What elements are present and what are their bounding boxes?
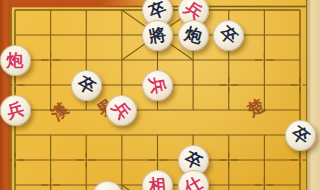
piece-black-soldier[interactable]: 卒 bbox=[71, 70, 102, 101]
piece-character: 卒 bbox=[147, 0, 169, 21]
piece-black-cannon[interactable]: 炮 bbox=[178, 20, 209, 51]
piece-black-soldier[interactable]: 卒 bbox=[213, 20, 244, 51]
piece-black-soldier[interactable]: 卒 bbox=[285, 120, 316, 151]
piece-red-soldier[interactable]: 兵 bbox=[0, 95, 31, 126]
piece-red-cannon[interactable]: 炮 bbox=[0, 45, 31, 76]
piece-character: 卒 bbox=[182, 149, 205, 172]
piece-character: 仕 bbox=[182, 173, 205, 190]
piece-black-general[interactable]: 將 bbox=[142, 20, 173, 51]
piece-character: 兵 bbox=[148, 75, 168, 95]
piece-red-soldier[interactable]: 兵 bbox=[106, 95, 137, 126]
piece-character: 卒 bbox=[75, 73, 98, 96]
board-frame-right bbox=[307, 0, 320, 190]
piece-character: 兵 bbox=[5, 100, 26, 121]
piece-character: 卒 bbox=[288, 123, 312, 147]
piece-red-soldier[interactable]: 兵 bbox=[142, 70, 173, 101]
piece-character: 炮 bbox=[7, 52, 24, 69]
piece-character: 炮 bbox=[183, 25, 204, 46]
piece-character: 相 bbox=[148, 176, 166, 190]
xiangqi-board-photo: 漢界楚 卒兵將炮卒炮卒兵兵兵卒卒相仕 bbox=[0, 0, 320, 190]
piece-character: 卒 bbox=[217, 23, 241, 47]
piece-character: 兵 bbox=[181, 0, 205, 22]
board-frame-left bbox=[0, 0, 10, 190]
piece-character: 兵 bbox=[110, 98, 134, 122]
piece-character: 將 bbox=[148, 25, 168, 45]
